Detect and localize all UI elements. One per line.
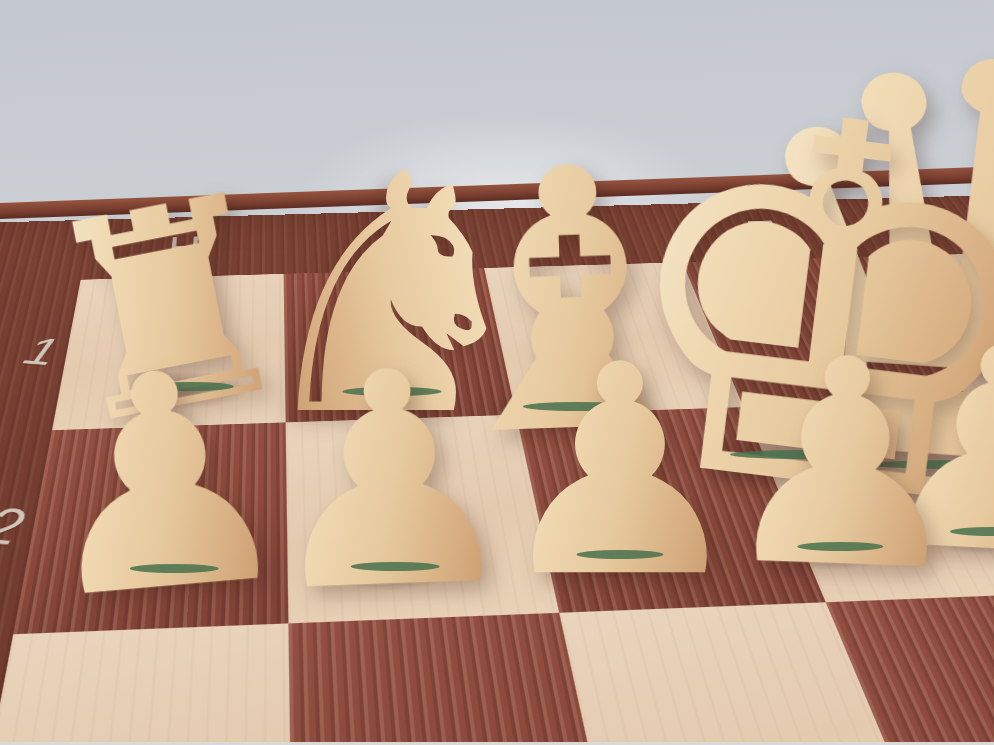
felt-e1 [730,450,880,459]
white-bishop-f1: ♝ [404,117,739,489]
piece-glyph-g2: ♟ [253,330,528,634]
white-queen-d1: ♛ [690,0,994,608]
white-rook-h1: ♜ [21,151,316,469]
felt-d2 [950,527,994,536]
felt-g2 [351,562,440,571]
white-knight-g1: ♞ [244,131,540,461]
felt-d1 [870,460,994,469]
white-king-e1: ♚ [579,34,994,585]
felt-g1 [343,387,442,396]
white-pawn-f2: ♟ [490,326,750,617]
felt-e2 [797,542,883,551]
felt-f2 [577,550,664,559]
photo-scene: HE12 ♝♛♚♝♞♜♟♟♟♟♟ [0,0,994,745]
piece-glyph-f1: ♝ [404,118,739,489]
piece-glyph-d1: ♛ [690,0,994,608]
white-pawn-d2: ♟ [866,305,994,598]
piece-glyph-h1: ♜ [21,152,315,469]
felt-h2 [130,564,219,573]
piece-glyph-g1: ♞ [244,131,540,461]
felt-h1 [151,382,234,391]
piece-glyph-e1: ♚ [579,34,994,585]
piece-glyph-f2: ♟ [490,327,750,617]
white-pawn-g2: ♟ [253,330,528,634]
white-pawn-h2: ♟ [18,326,307,643]
piece-glyph-d2: ♟ [866,305,994,598]
piece-glyph-h2: ♟ [18,326,307,643]
pieces-layer: ♝♛♚♝♞♜♟♟♟♟♟ [0,0,994,745]
felt-f1 [523,402,631,411]
